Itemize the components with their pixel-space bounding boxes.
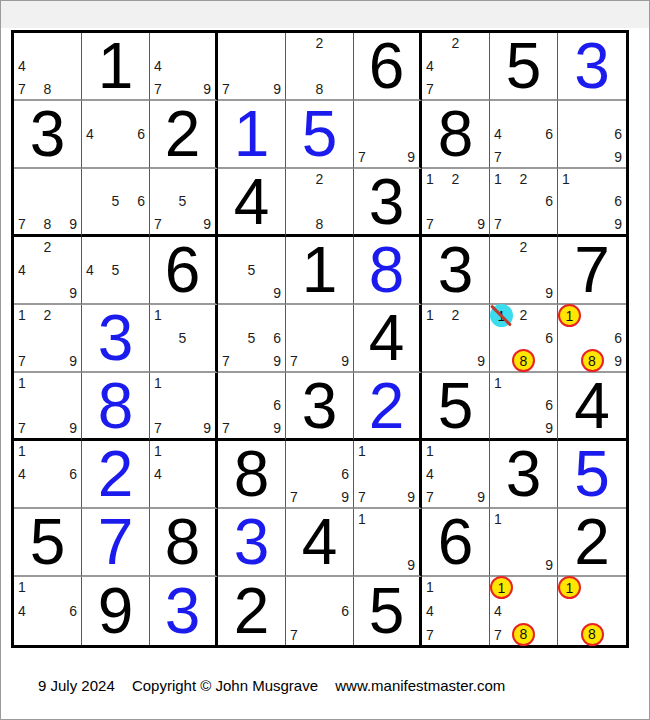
candidate-slot-2 bbox=[173, 172, 192, 192]
candidate-slot-9: 9 bbox=[602, 348, 622, 368]
cell-r2c2[interactable]: 46 bbox=[82, 101, 150, 169]
cell-r6c2[interactable]: 8 bbox=[82, 373, 150, 441]
candidate-slot-1: 1 bbox=[494, 580, 514, 601]
candidate-slot-8 bbox=[38, 621, 58, 642]
cell-r9c4[interactable]: 2 bbox=[218, 577, 286, 645]
candidate-slot-1 bbox=[358, 104, 377, 124]
cell-r9c3[interactable]: 3 bbox=[150, 577, 218, 645]
candidate-slot-5: 5 bbox=[173, 328, 192, 348]
cell-r1c9[interactable]: 3 bbox=[558, 33, 626, 101]
candidate-slot-1 bbox=[86, 172, 106, 192]
cell-r3c7[interactable]: 1279 bbox=[422, 169, 490, 237]
candidate-slot-7 bbox=[562, 211, 582, 231]
candidate-9: 9 bbox=[273, 286, 281, 300]
cell-r6c8[interactable]: 169 bbox=[490, 373, 558, 441]
cell-r1c1[interactable]: 478 bbox=[14, 33, 82, 101]
candidate-slot-3 bbox=[533, 172, 553, 192]
candidate-slot-9 bbox=[57, 621, 77, 642]
candidate-2: 2 bbox=[520, 308, 528, 322]
candidate-slot-8: 8 bbox=[310, 76, 330, 96]
given-digit: 8 bbox=[150, 509, 215, 575]
candidate-4: 4 bbox=[426, 467, 434, 481]
candidate-slot-9: 9 bbox=[57, 280, 77, 300]
footer-url[interactable]: www.manifestmaster.com bbox=[335, 677, 505, 694]
given-digit: 4 bbox=[558, 373, 626, 438]
solved-digit: 3 bbox=[218, 509, 285, 575]
candidate-slot-4 bbox=[562, 601, 582, 622]
candidate-slot-9: 9 bbox=[329, 484, 349, 504]
candidate-2: 2 bbox=[520, 240, 528, 254]
candidate-slot-5 bbox=[514, 601, 534, 622]
candidate-slot-7: 7 bbox=[426, 211, 446, 231]
candidate-slot-7: 7 bbox=[18, 348, 38, 368]
candidate-1: 1 bbox=[18, 308, 26, 322]
candidate-slot-8 bbox=[106, 280, 126, 300]
cell-r5c8[interactable]: 1268 bbox=[490, 305, 558, 373]
given-digit: 3 bbox=[354, 169, 419, 234]
cell-r3c1[interactable]: 789 bbox=[14, 169, 82, 237]
candidate-slot-1 bbox=[18, 172, 38, 192]
cell-r5c9[interactable]: 1689 bbox=[558, 305, 626, 373]
candidate-slot-8 bbox=[514, 144, 534, 164]
candidate-slot-2 bbox=[173, 376, 192, 396]
cell-r2c4[interactable]: 1 bbox=[218, 101, 286, 169]
candidate-1: 1 bbox=[426, 308, 434, 322]
candidate-slot-6 bbox=[465, 192, 485, 212]
candidate-slot-4 bbox=[426, 328, 446, 348]
candidate-4: 4 bbox=[426, 59, 434, 73]
candidate-7: 7 bbox=[18, 82, 26, 96]
cell-r8c9[interactable]: 2 bbox=[558, 509, 626, 577]
candidate-slot-6: 6 bbox=[602, 328, 622, 348]
cell-r8c7[interactable]: 6 bbox=[422, 509, 490, 577]
candidate-slot-7 bbox=[562, 144, 582, 164]
candidate-slot-5 bbox=[514, 260, 534, 280]
cell-r4c2[interactable]: 45 bbox=[82, 237, 150, 305]
candidate-9: 9 bbox=[407, 490, 415, 504]
candidate-slot-5 bbox=[514, 328, 534, 348]
candidate-slot-5 bbox=[38, 464, 58, 484]
page: 4781479792862475334621579846769789565794… bbox=[0, 0, 650, 720]
candidate-slot-9 bbox=[125, 211, 145, 231]
candidate-slot-6: 6 bbox=[533, 192, 553, 212]
cell-r2c6[interactable]: 79 bbox=[354, 101, 422, 169]
candidate-slot-6 bbox=[465, 464, 485, 484]
cell-r9c2[interactable]: 9 bbox=[82, 577, 150, 645]
solved-digit: 8 bbox=[82, 373, 149, 438]
candidate-slot-3 bbox=[329, 580, 349, 601]
candidate-slot-9: 9 bbox=[329, 348, 349, 368]
candidate-6: 6 bbox=[341, 604, 349, 618]
cell-r2c3[interactable]: 2 bbox=[150, 101, 218, 169]
candidate-1: 1 bbox=[562, 172, 570, 186]
candidate-1: 1 bbox=[18, 444, 26, 458]
candidate-slot-7 bbox=[358, 552, 377, 572]
cell-r7c7[interactable]: 1479 bbox=[422, 441, 490, 509]
candidate-slot-9 bbox=[465, 76, 485, 96]
candidate-slot-1: 1 bbox=[154, 376, 173, 396]
cell-r6c9[interactable]: 4 bbox=[558, 373, 626, 441]
candidate-slot-5 bbox=[446, 464, 466, 484]
cell-r4c5[interactable]: 1 bbox=[286, 237, 354, 305]
candidate-slot-6: 6 bbox=[602, 124, 622, 144]
candidate-slot-4: 4 bbox=[18, 464, 38, 484]
candidate-slot-1: 1 bbox=[494, 308, 514, 328]
candidate-slot-4: 4 bbox=[154, 56, 173, 76]
candidate-6: 6 bbox=[341, 467, 349, 481]
solved-digit: 3 bbox=[150, 577, 215, 645]
candidate-slot-6 bbox=[57, 396, 77, 416]
candidate-slot-3 bbox=[192, 308, 211, 328]
cell-r9c9[interactable]: 18 bbox=[558, 577, 626, 645]
cell-r6c1[interactable]: 179 bbox=[14, 373, 82, 441]
candidate-slot-6: 6 bbox=[261, 328, 281, 348]
cell-r5c3[interactable]: 15 bbox=[150, 305, 218, 373]
candidate-slot-4: 4 bbox=[18, 56, 38, 76]
candidate-slot-7: 7 bbox=[290, 484, 310, 504]
cell-r3c4[interactable]: 4 bbox=[218, 169, 286, 237]
cell-r1c2[interactable]: 1 bbox=[82, 33, 150, 101]
candidate-slot-8: 8 bbox=[514, 621, 534, 642]
candidate-slot-1 bbox=[290, 308, 310, 328]
candidate-slot-3 bbox=[57, 240, 77, 260]
candidate-slot-6: 6 bbox=[533, 396, 553, 416]
cell-r7c8[interactable]: 3 bbox=[490, 441, 558, 509]
candidate-slot-5 bbox=[38, 192, 58, 212]
cell-r8c8[interactable]: 19 bbox=[490, 509, 558, 577]
cell-r5c5[interactable]: 79 bbox=[286, 305, 354, 373]
cell-r5c2[interactable]: 3 bbox=[82, 305, 150, 373]
candidate-7: 7 bbox=[494, 217, 502, 231]
candidate-slot-7: 7 bbox=[222, 415, 242, 435]
cell-r4c9[interactable]: 7 bbox=[558, 237, 626, 305]
cell-r7c5[interactable]: 679 bbox=[286, 441, 354, 509]
candidate-slot-3 bbox=[57, 172, 77, 192]
candidate-slot-2 bbox=[242, 308, 262, 328]
candidate-slot-2 bbox=[38, 580, 58, 601]
cell-r2c7[interactable]: 8 bbox=[422, 101, 490, 169]
given-digit: 7 bbox=[558, 237, 626, 303]
cell-r2c9[interactable]: 69 bbox=[558, 101, 626, 169]
candidate-slot-7 bbox=[494, 552, 514, 572]
cell-r4c1[interactable]: 249 bbox=[14, 237, 82, 305]
candidate-5: 5 bbox=[112, 194, 120, 208]
candidate-9: 9 bbox=[69, 354, 77, 368]
cell-r3c2[interactable]: 56 bbox=[82, 169, 150, 237]
candidate-slot-2 bbox=[582, 104, 602, 124]
candidate-slot-8: 8 bbox=[514, 348, 534, 368]
candidate-slot-9: 9 bbox=[261, 348, 281, 368]
cell-r6c3[interactable]: 179 bbox=[150, 373, 218, 441]
candidate-slot-2 bbox=[106, 104, 126, 124]
candidate-9: 9 bbox=[273, 82, 281, 96]
cell-r9c7[interactable]: 147 bbox=[422, 577, 490, 645]
cell-r7c3[interactable]: 14 bbox=[150, 441, 218, 509]
cell-r6c7[interactable]: 5 bbox=[422, 373, 490, 441]
candidate-slot-2 bbox=[514, 580, 534, 601]
candidate-7: 7 bbox=[222, 354, 230, 368]
candidate-slot-6 bbox=[329, 192, 349, 212]
candidate-slot-9: 9 bbox=[57, 348, 77, 368]
candidate-slot-7 bbox=[494, 280, 514, 300]
cell-r4c3[interactable]: 6 bbox=[150, 237, 218, 305]
cell-r7c4[interactable]: 8 bbox=[218, 441, 286, 509]
cell-r1c3[interactable]: 479 bbox=[150, 33, 218, 101]
candidate-slot-4 bbox=[290, 328, 310, 348]
candidate-4: 4 bbox=[494, 604, 502, 618]
cell-r8c3[interactable]: 8 bbox=[150, 509, 218, 577]
candidate-slot-1: 1 bbox=[358, 512, 377, 532]
candidate-slot-2: 2 bbox=[310, 172, 330, 192]
candidate-slot-1 bbox=[222, 308, 242, 328]
candidate-slot-1 bbox=[86, 240, 106, 260]
candidate-2: 2 bbox=[452, 308, 460, 322]
candidate-slot-1: 1 bbox=[426, 308, 446, 328]
candidate-slot-1 bbox=[290, 36, 310, 56]
candidate-slot-3 bbox=[57, 308, 77, 328]
candidate-8-yellow: 8 bbox=[581, 349, 604, 372]
candidate-slot-3 bbox=[533, 104, 553, 124]
candidate-slot-1: 1 bbox=[562, 580, 582, 601]
candidate-slot-8: 8 bbox=[38, 211, 58, 231]
cell-r6c5[interactable]: 3 bbox=[286, 373, 354, 441]
candidate-slot-3 bbox=[533, 512, 553, 532]
candidate-slot-1: 1 bbox=[426, 172, 446, 192]
candidate-slot-7 bbox=[154, 348, 173, 368]
candidate-7: 7 bbox=[426, 490, 434, 504]
given-digit: 6 bbox=[150, 237, 215, 303]
candidate-slot-1: 1 bbox=[18, 444, 38, 464]
candidate-slot-4: 4 bbox=[426, 56, 446, 76]
candidate-1: 1 bbox=[494, 376, 502, 390]
cell-r4c8[interactable]: 29 bbox=[490, 237, 558, 305]
cell-r5c6[interactable]: 4 bbox=[354, 305, 422, 373]
candidate-slot-8 bbox=[38, 348, 58, 368]
candidate-slot-4 bbox=[358, 532, 377, 552]
cell-r4c7[interactable]: 3 bbox=[422, 237, 490, 305]
candidate-slot-7: 7 bbox=[426, 76, 446, 96]
cell-r9c1[interactable]: 146 bbox=[14, 577, 82, 645]
candidate-slot-6: 6 bbox=[57, 601, 77, 622]
candidate-slot-9: 9 bbox=[533, 415, 553, 435]
cell-r8c2[interactable]: 7 bbox=[82, 509, 150, 577]
candidate-slot-5 bbox=[514, 192, 534, 212]
candidate-slot-1 bbox=[290, 172, 310, 192]
candidate-7: 7 bbox=[358, 150, 366, 164]
candidate-slot-4 bbox=[290, 56, 310, 76]
cell-r2c8[interactable]: 467 bbox=[490, 101, 558, 169]
candidate-7: 7 bbox=[222, 421, 230, 435]
candidate-slot-7 bbox=[86, 211, 106, 231]
cell-r1c7[interactable]: 247 bbox=[422, 33, 490, 101]
candidate-slot-1 bbox=[86, 104, 106, 124]
candidate-2: 2 bbox=[452, 36, 460, 50]
cell-r9c8[interactable]: 1478 bbox=[490, 577, 558, 645]
candidate-7: 7 bbox=[426, 628, 434, 642]
cell-r3c5[interactable]: 28 bbox=[286, 169, 354, 237]
candidate-1: 1 bbox=[18, 376, 26, 390]
candidate-slot-3 bbox=[57, 36, 77, 56]
candidate-5: 5 bbox=[179, 194, 187, 208]
cell-r1c8[interactable]: 5 bbox=[490, 33, 558, 101]
candidate-8: 8 bbox=[316, 82, 324, 96]
cell-r1c4[interactable]: 79 bbox=[218, 33, 286, 101]
given-digit: 8 bbox=[218, 441, 285, 507]
candidate-slot-6 bbox=[329, 328, 349, 348]
candidate-slot-2: 2 bbox=[310, 36, 330, 56]
candidate-slot-1: 1 bbox=[18, 376, 38, 396]
candidate-slot-3 bbox=[125, 240, 145, 260]
candidate-5: 5 bbox=[248, 263, 256, 277]
cell-r8c6[interactable]: 19 bbox=[354, 509, 422, 577]
candidate-slot-6 bbox=[192, 56, 211, 76]
cell-r5c1[interactable]: 1279 bbox=[14, 305, 82, 373]
candidate-slot-6 bbox=[261, 56, 281, 76]
candidate-slot-5 bbox=[106, 124, 126, 144]
candidate-slot-4 bbox=[222, 396, 242, 416]
given-digit: 8 bbox=[422, 101, 489, 167]
candidate-slot-2 bbox=[377, 104, 396, 124]
cell-r2c5[interactable]: 5 bbox=[286, 101, 354, 169]
candidate-slot-6: 6 bbox=[57, 464, 77, 484]
candidate-9: 9 bbox=[203, 82, 211, 96]
candidate-slot-8: 8 bbox=[582, 348, 602, 368]
candidate-slot-2 bbox=[38, 376, 58, 396]
candidate-slot-9 bbox=[602, 621, 622, 642]
candidate-slot-3 bbox=[192, 36, 211, 56]
candidate-8-yellow: 8 bbox=[581, 623, 604, 646]
candidate-slot-8 bbox=[377, 552, 396, 572]
candidate-slot-2 bbox=[310, 444, 330, 464]
candidate-slot-7: 7 bbox=[18, 211, 38, 231]
candidate-7: 7 bbox=[154, 421, 162, 435]
candidate-slot-7 bbox=[426, 348, 446, 368]
cell-r6c4[interactable]: 679 bbox=[218, 373, 286, 441]
cell-r1c5[interactable]: 28 bbox=[286, 33, 354, 101]
cell-r5c7[interactable]: 129 bbox=[422, 305, 490, 373]
candidate-slot-6 bbox=[192, 464, 211, 484]
cell-r7c2[interactable]: 2 bbox=[82, 441, 150, 509]
candidate-slot-4: 4 bbox=[154, 464, 173, 484]
candidate-slot-1: 1 bbox=[18, 580, 38, 601]
candidate-slot-6 bbox=[57, 192, 77, 212]
candidate-1-cyan-struck: 1 bbox=[490, 304, 513, 327]
candidate-4: 4 bbox=[494, 127, 502, 141]
cell-r3c6[interactable]: 3 bbox=[354, 169, 422, 237]
cell-r1c6[interactable]: 6 bbox=[354, 33, 422, 101]
candidate-9: 9 bbox=[407, 558, 415, 572]
candidate-2: 2 bbox=[316, 36, 324, 50]
candidate-slot-9 bbox=[533, 211, 553, 231]
candidate-slot-5 bbox=[446, 192, 466, 212]
candidate-slot-9: 9 bbox=[57, 415, 77, 435]
candidate-7: 7 bbox=[222, 82, 230, 96]
candidate-slot-8 bbox=[310, 621, 330, 642]
candidate-slot-2: 2 bbox=[514, 240, 534, 260]
candidate-9: 9 bbox=[69, 217, 77, 231]
candidate-slot-2 bbox=[173, 308, 192, 328]
candidate-6: 6 bbox=[545, 127, 553, 141]
cell-r9c6[interactable]: 5 bbox=[354, 577, 422, 645]
cell-r8c4[interactable]: 3 bbox=[218, 509, 286, 577]
candidate-slot-5 bbox=[310, 601, 330, 622]
cell-r6c6[interactable]: 2 bbox=[354, 373, 422, 441]
candidate-slot-9 bbox=[533, 144, 553, 164]
cell-r4c4[interactable]: 59 bbox=[218, 237, 286, 305]
candidate-1: 1 bbox=[154, 308, 162, 322]
candidate-slot-4 bbox=[494, 192, 514, 212]
candidate-slot-5 bbox=[173, 56, 192, 76]
candidate-slot-9 bbox=[57, 484, 77, 504]
cell-r7c1[interactable]: 146 bbox=[14, 441, 82, 509]
cell-r3c9[interactable]: 169 bbox=[558, 169, 626, 237]
cell-r7c9[interactable]: 5 bbox=[558, 441, 626, 509]
candidate-9: 9 bbox=[203, 217, 211, 231]
candidate-slot-2 bbox=[38, 36, 58, 56]
cell-r8c5[interactable]: 4 bbox=[286, 509, 354, 577]
candidate-slot-9 bbox=[533, 348, 553, 368]
candidate-slot-3 bbox=[329, 36, 349, 56]
candidate-slot-8 bbox=[446, 211, 466, 231]
candidate-slot-7 bbox=[290, 76, 310, 96]
candidate-slot-2: 2 bbox=[38, 240, 58, 260]
cell-r7c6[interactable]: 179 bbox=[354, 441, 422, 509]
candidate-slot-9 bbox=[329, 621, 349, 642]
candidate-7: 7 bbox=[154, 217, 162, 231]
candidate-slot-9: 9 bbox=[602, 144, 622, 164]
candidate-slot-6 bbox=[329, 56, 349, 76]
cell-r5c4[interactable]: 5679 bbox=[218, 305, 286, 373]
candidate-9: 9 bbox=[407, 150, 415, 164]
candidate-5: 5 bbox=[248, 331, 256, 345]
candidate-slot-6 bbox=[465, 328, 485, 348]
candidate-slot-2 bbox=[106, 240, 126, 260]
solved-digit: 2 bbox=[354, 373, 419, 438]
candidate-slot-2 bbox=[514, 512, 534, 532]
solved-digit: 3 bbox=[82, 305, 149, 371]
candidate-1: 1 bbox=[358, 444, 366, 458]
candidate-slot-7 bbox=[154, 484, 173, 504]
candidate-6: 6 bbox=[545, 398, 553, 412]
candidate-7: 7 bbox=[290, 354, 298, 368]
candidate-9: 9 bbox=[614, 354, 622, 368]
given-digit: 3 bbox=[422, 237, 489, 303]
candidate-slot-7: 7 bbox=[426, 621, 446, 642]
cell-r3c3[interactable]: 579 bbox=[150, 169, 218, 237]
candidate-1-yellow: 1 bbox=[558, 304, 581, 327]
candidate-slot-6 bbox=[57, 328, 77, 348]
cell-r2c1[interactable]: 3 bbox=[14, 101, 82, 169]
candidate-7: 7 bbox=[426, 82, 434, 96]
candidate-slot-5 bbox=[173, 396, 192, 416]
cell-r8c1[interactable]: 5 bbox=[14, 509, 82, 577]
candidate-slot-1 bbox=[18, 240, 38, 260]
cell-r9c5[interactable]: 67 bbox=[286, 577, 354, 645]
cell-r3c8[interactable]: 1267 bbox=[490, 169, 558, 237]
candidate-8-yellow: 8 bbox=[512, 623, 535, 646]
candidate-slot-7 bbox=[222, 280, 242, 300]
candidate-9: 9 bbox=[545, 558, 553, 572]
candidate-slot-4: 4 bbox=[18, 260, 38, 280]
candidate-slot-9 bbox=[125, 144, 145, 164]
candidate-slot-5: 5 bbox=[106, 260, 126, 280]
candidate-slot-1 bbox=[290, 580, 310, 601]
candidate-slot-7 bbox=[18, 280, 38, 300]
candidate-slot-6: 6 bbox=[261, 396, 281, 416]
cell-r4c6[interactable]: 8 bbox=[354, 237, 422, 305]
candidate-slot-9: 9 bbox=[396, 144, 415, 164]
candidate-slot-8 bbox=[242, 280, 262, 300]
